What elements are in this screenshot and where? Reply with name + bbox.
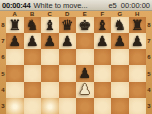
piece-black-queen[interactable]: ♛ bbox=[61, 18, 74, 33]
chessboard: 8♜♞♝♛♚♝♞♜87♟♟♟♟♟♟♟7665♟54♟433 bbox=[0, 17, 152, 114]
turn-status-text: White to move... bbox=[33, 1, 87, 10]
last-move-text: e5 bbox=[108, 1, 116, 10]
rank-label-8-right: 8 bbox=[146, 17, 152, 33]
piece-black-knight[interactable]: ♞ bbox=[26, 18, 39, 33]
piece-black-knight[interactable]: ♞ bbox=[113, 18, 126, 33]
square-d4[interactable] bbox=[59, 82, 77, 98]
square-f5[interactable] bbox=[94, 65, 112, 81]
square-f8[interactable]: ♝ bbox=[94, 17, 112, 33]
piece-black-pawn[interactable]: ♟ bbox=[113, 34, 126, 49]
square-e8[interactable]: ♚ bbox=[76, 17, 94, 33]
piece-black-bishop[interactable]: ♝ bbox=[43, 18, 56, 33]
piece-black-king[interactable]: ♚ bbox=[78, 18, 91, 33]
square-g6[interactable] bbox=[111, 49, 129, 65]
square-h6[interactable] bbox=[129, 49, 147, 65]
square-g7[interactable]: ♟ bbox=[111, 33, 129, 49]
piece-black-rook[interactable]: ♜ bbox=[131, 18, 144, 33]
square-g5[interactable] bbox=[111, 65, 129, 81]
square-b4[interactable] bbox=[24, 82, 42, 98]
square-d6[interactable] bbox=[59, 49, 77, 65]
square-d8[interactable]: ♛ bbox=[59, 17, 77, 33]
rank-label-7-right: 7 bbox=[146, 33, 152, 49]
square-b6[interactable] bbox=[24, 49, 42, 65]
square-a3[interactable] bbox=[6, 98, 24, 114]
square-h3[interactable] bbox=[129, 98, 147, 114]
square-d5[interactable] bbox=[59, 65, 77, 81]
square-e5[interactable]: ♟ bbox=[76, 65, 94, 81]
square-b8[interactable]: ♞ bbox=[24, 17, 42, 33]
square-f6[interactable] bbox=[94, 49, 112, 65]
rank-label-5-right: 5 bbox=[146, 65, 152, 81]
square-c3[interactable] bbox=[41, 98, 59, 114]
rank-label-6-right: 6 bbox=[146, 49, 152, 65]
square-f7[interactable]: ♟ bbox=[94, 33, 112, 49]
white-clock: 00:00:00 bbox=[121, 1, 150, 10]
square-h5[interactable] bbox=[129, 65, 147, 81]
square-h7[interactable]: ♟ bbox=[129, 33, 147, 49]
square-c8[interactable]: ♝ bbox=[41, 17, 59, 33]
piece-black-pawn[interactable]: ♟ bbox=[96, 34, 109, 49]
square-a5[interactable] bbox=[6, 65, 24, 81]
square-f3[interactable] bbox=[94, 98, 112, 114]
piece-black-pawn[interactable]: ♟ bbox=[26, 34, 39, 49]
header-right-group: e5 00:00:00 bbox=[108, 1, 150, 10]
square-g3[interactable] bbox=[111, 98, 129, 114]
rank-label-3-right: 3 bbox=[146, 98, 152, 114]
square-c5[interactable] bbox=[41, 65, 59, 81]
square-c7[interactable]: ♟ bbox=[41, 33, 59, 49]
piece-black-bishop[interactable]: ♝ bbox=[96, 18, 109, 33]
square-a6[interactable] bbox=[6, 49, 24, 65]
square-b3[interactable] bbox=[24, 98, 42, 114]
square-a8[interactable]: ♜ bbox=[6, 17, 24, 33]
square-b7[interactable]: ♟ bbox=[24, 33, 42, 49]
piece-black-rook[interactable]: ♜ bbox=[8, 18, 21, 33]
piece-black-pawn[interactable]: ♟ bbox=[8, 34, 21, 49]
square-e3[interactable] bbox=[76, 98, 94, 114]
square-e7[interactable] bbox=[76, 33, 94, 49]
piece-black-pawn[interactable]: ♟ bbox=[61, 34, 74, 49]
square-h8[interactable]: ♜ bbox=[129, 17, 147, 33]
square-b5[interactable] bbox=[24, 65, 42, 81]
square-f4[interactable] bbox=[94, 82, 112, 98]
piece-black-pawn[interactable]: ♟ bbox=[78, 66, 91, 81]
square-a4[interactable] bbox=[6, 82, 24, 98]
square-h4[interactable] bbox=[129, 82, 147, 98]
square-g4[interactable] bbox=[111, 82, 129, 98]
square-g8[interactable]: ♞ bbox=[111, 17, 129, 33]
status-bar: 00:00:44 White to move... e5 00:00:00 bbox=[0, 0, 152, 11]
piece-white-pawn[interactable]: ♟ bbox=[78, 82, 91, 97]
rank-label-4-right: 4 bbox=[146, 82, 152, 98]
piece-black-pawn[interactable]: ♟ bbox=[43, 34, 56, 49]
piece-black-pawn[interactable]: ♟ bbox=[131, 34, 144, 49]
chess-app-window: 00:00:44 White to move... e5 00:00:00 AB… bbox=[0, 0, 152, 114]
black-clock: 00:00:44 bbox=[2, 1, 30, 10]
square-c6[interactable] bbox=[41, 49, 59, 65]
board-frame: ABCDEFGH 8♜♞♝♛♚♝♞♜87♟♟♟♟♟♟♟7665♟54♟433 bbox=[0, 11, 152, 114]
square-a7[interactable]: ♟ bbox=[6, 33, 24, 49]
square-c4[interactable] bbox=[41, 82, 59, 98]
square-e4[interactable]: ♟ bbox=[76, 82, 94, 98]
square-d7[interactable]: ♟ bbox=[59, 33, 77, 49]
square-e6[interactable] bbox=[76, 49, 94, 65]
square-d3[interactable] bbox=[59, 98, 77, 114]
